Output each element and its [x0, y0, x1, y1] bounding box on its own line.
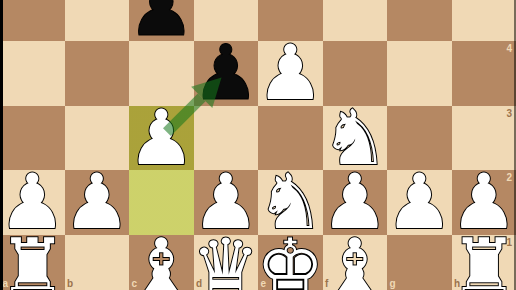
file-label-c: c	[132, 278, 138, 289]
rank-label-3: 3	[506, 108, 512, 119]
square-b4[interactable]	[65, 41, 130, 106]
white-queen-d1[interactable]: ♛	[194, 235, 259, 290]
square-g5[interactable]	[387, 0, 452, 41]
chessboard-screenshot: ♟♟♟♟♞♟♟♟♞♟♟♟♜♝♛♚♝♜ 4321abcdefgh	[0, 0, 516, 290]
file-label-f: f	[325, 278, 328, 289]
white-bishop-f1[interactable]: ♝	[323, 235, 388, 290]
white-pawn-c3[interactable]: ♟	[129, 106, 194, 171]
square-g4[interactable]	[387, 41, 452, 106]
chess-board: ♟♟♟♟♞♟♟♟♞♟♟♟♜♝♛♚♝♜	[0, 0, 516, 290]
square-a5[interactable]	[0, 0, 65, 41]
file-label-d: d	[196, 278, 202, 289]
rank-label-2: 2	[506, 172, 512, 183]
black-pawn-d4[interactable]: ♟	[194, 41, 259, 106]
left-edge-bar	[0, 0, 3, 290]
white-king-e1[interactable]: ♚	[258, 235, 323, 290]
white-bishop-c1[interactable]: ♝	[129, 235, 194, 290]
white-pawn-e4[interactable]: ♟	[258, 41, 323, 106]
file-label-e: e	[261, 278, 267, 289]
square-h5[interactable]	[452, 0, 516, 41]
white-rook-a1[interactable]: ♜	[0, 235, 65, 290]
square-b5[interactable]	[65, 0, 130, 41]
white-pawn-b2[interactable]: ♟	[65, 170, 130, 235]
square-f5[interactable]	[323, 0, 388, 41]
file-label-b: b	[67, 278, 73, 289]
white-pawn-g2[interactable]: ♟	[387, 170, 452, 235]
file-label-a: a	[3, 278, 9, 289]
square-a4[interactable]	[0, 41, 65, 106]
file-label-h: h	[454, 278, 460, 289]
file-label-g: g	[390, 278, 396, 289]
rank-label-1: 1	[506, 237, 512, 248]
rank-label-4: 4	[506, 43, 512, 54]
black-pawn-c5[interactable]: ♟	[129, 0, 194, 41]
